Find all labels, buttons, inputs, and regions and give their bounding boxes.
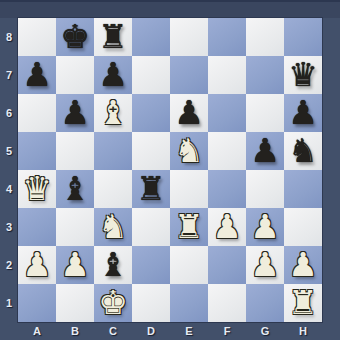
piece-white-rook[interactable]: ♜ <box>288 284 318 322</box>
square-c2[interactable]: ♝ <box>94 246 132 284</box>
square-b4[interactable]: ♝ <box>56 170 94 208</box>
file-label-f: F <box>208 322 246 340</box>
piece-black-bishop[interactable]: ♝ <box>98 246 128 284</box>
file-labels: ABCDEFGH <box>18 322 322 340</box>
piece-white-pawn[interactable]: ♟ <box>60 246 90 284</box>
square-d1[interactable] <box>132 284 170 322</box>
file-label-e: E <box>170 322 208 340</box>
square-d8[interactable] <box>132 18 170 56</box>
piece-black-knight[interactable]: ♞ <box>288 132 318 170</box>
square-f3[interactable]: ♟ <box>208 208 246 246</box>
piece-black-pawn[interactable]: ♟ <box>288 94 318 132</box>
square-a7[interactable]: ♟ <box>18 56 56 94</box>
rank-label-3: 3 <box>0 208 18 246</box>
square-g6[interactable] <box>246 94 284 132</box>
piece-white-pawn[interactable]: ♟ <box>22 246 52 284</box>
square-e5[interactable]: ♞ <box>170 132 208 170</box>
square-a5[interactable] <box>18 132 56 170</box>
square-h1[interactable]: ♜ <box>284 284 322 322</box>
board-frame: 87654321 ABCDEFGH ♚♜♟♟♛♟♝♟♟♞♟♞♛♝♜♞♜♟♟♟♟♝… <box>0 0 340 340</box>
rank-label-7: 7 <box>0 56 18 94</box>
square-c1[interactable]: ♚ <box>94 284 132 322</box>
file-label-c: C <box>94 322 132 340</box>
piece-white-knight[interactable]: ♞ <box>98 208 128 246</box>
square-b7[interactable] <box>56 56 94 94</box>
piece-white-queen[interactable]: ♛ <box>22 170 52 208</box>
square-f7[interactable] <box>208 56 246 94</box>
square-a1[interactable] <box>18 284 56 322</box>
square-g1[interactable] <box>246 284 284 322</box>
rank-label-4: 4 <box>0 170 18 208</box>
piece-black-pawn[interactable]: ♟ <box>60 94 90 132</box>
square-h7[interactable]: ♛ <box>284 56 322 94</box>
piece-black-pawn[interactable]: ♟ <box>174 94 204 132</box>
square-g8[interactable] <box>246 18 284 56</box>
chess-board: ♚♜♟♟♛♟♝♟♟♞♟♞♛♝♜♞♜♟♟♟♟♝♟♟♚♜ <box>18 18 322 322</box>
square-b8[interactable]: ♚ <box>56 18 94 56</box>
square-c3[interactable]: ♞ <box>94 208 132 246</box>
piece-black-queen[interactable]: ♛ <box>288 56 318 94</box>
piece-white-rook[interactable]: ♜ <box>174 208 204 246</box>
rank-labels: 87654321 <box>0 18 18 322</box>
square-h2[interactable]: ♟ <box>284 246 322 284</box>
square-e4[interactable] <box>170 170 208 208</box>
piece-white-knight[interactable]: ♞ <box>174 132 204 170</box>
piece-white-pawn[interactable]: ♟ <box>250 246 280 284</box>
square-c5[interactable] <box>94 132 132 170</box>
square-a3[interactable] <box>18 208 56 246</box>
square-h4[interactable] <box>284 170 322 208</box>
file-label-d: D <box>132 322 170 340</box>
piece-black-rook[interactable]: ♜ <box>98 18 128 56</box>
piece-white-pawn[interactable]: ♟ <box>288 246 318 284</box>
square-e3[interactable]: ♜ <box>170 208 208 246</box>
square-b3[interactable] <box>56 208 94 246</box>
piece-black-pawn[interactable]: ♟ <box>98 56 128 94</box>
square-d5[interactable] <box>132 132 170 170</box>
square-c4[interactable] <box>94 170 132 208</box>
piece-black-pawn[interactable]: ♟ <box>250 132 280 170</box>
square-a6[interactable] <box>18 94 56 132</box>
square-f1[interactable] <box>208 284 246 322</box>
square-c8[interactable]: ♜ <box>94 18 132 56</box>
square-c7[interactable]: ♟ <box>94 56 132 94</box>
rank-label-1: 1 <box>0 284 18 322</box>
file-label-b: B <box>56 322 94 340</box>
rank-label-2: 2 <box>0 246 18 284</box>
square-g7[interactable] <box>246 56 284 94</box>
piece-white-bishop[interactable]: ♝ <box>98 94 128 132</box>
piece-black-king[interactable]: ♚ <box>60 18 90 56</box>
square-g3[interactable]: ♟ <box>246 208 284 246</box>
square-b6[interactable]: ♟ <box>56 94 94 132</box>
square-g4[interactable] <box>246 170 284 208</box>
square-d6[interactable] <box>132 94 170 132</box>
square-h8[interactable] <box>284 18 322 56</box>
piece-black-rook[interactable]: ♜ <box>136 170 166 208</box>
piece-white-pawn[interactable]: ♟ <box>250 208 280 246</box>
square-d2[interactable] <box>132 246 170 284</box>
piece-black-bishop[interactable]: ♝ <box>60 170 90 208</box>
square-h3[interactable] <box>284 208 322 246</box>
square-d4[interactable]: ♜ <box>132 170 170 208</box>
square-c6[interactable]: ♝ <box>94 94 132 132</box>
piece-black-pawn[interactable]: ♟ <box>22 56 52 94</box>
square-b1[interactable] <box>56 284 94 322</box>
square-e1[interactable] <box>170 284 208 322</box>
square-f2[interactable] <box>208 246 246 284</box>
file-label-h: H <box>284 322 322 340</box>
square-g5[interactable]: ♟ <box>246 132 284 170</box>
rank-label-8: 8 <box>0 18 18 56</box>
square-d7[interactable] <box>132 56 170 94</box>
square-e2[interactable] <box>170 246 208 284</box>
square-e7[interactable] <box>170 56 208 94</box>
file-label-g: G <box>246 322 284 340</box>
piece-white-pawn[interactable]: ♟ <box>212 208 242 246</box>
square-a4[interactable]: ♛ <box>18 170 56 208</box>
piece-white-king[interactable]: ♚ <box>98 284 128 322</box>
square-d3[interactable] <box>132 208 170 246</box>
file-label-a: A <box>18 322 56 340</box>
square-b5[interactable] <box>56 132 94 170</box>
square-f5[interactable] <box>208 132 246 170</box>
square-h5[interactable]: ♞ <box>284 132 322 170</box>
rank-label-5: 5 <box>0 132 18 170</box>
square-e6[interactable]: ♟ <box>170 94 208 132</box>
square-h6[interactable]: ♟ <box>284 94 322 132</box>
square-f8[interactable] <box>208 18 246 56</box>
square-e8[interactable] <box>170 18 208 56</box>
rank-label-6: 6 <box>0 94 18 132</box>
square-f6[interactable] <box>208 94 246 132</box>
square-a2[interactable]: ♟ <box>18 246 56 284</box>
square-a8[interactable] <box>18 18 56 56</box>
square-b2[interactable]: ♟ <box>56 246 94 284</box>
square-f4[interactable] <box>208 170 246 208</box>
square-g2[interactable]: ♟ <box>246 246 284 284</box>
